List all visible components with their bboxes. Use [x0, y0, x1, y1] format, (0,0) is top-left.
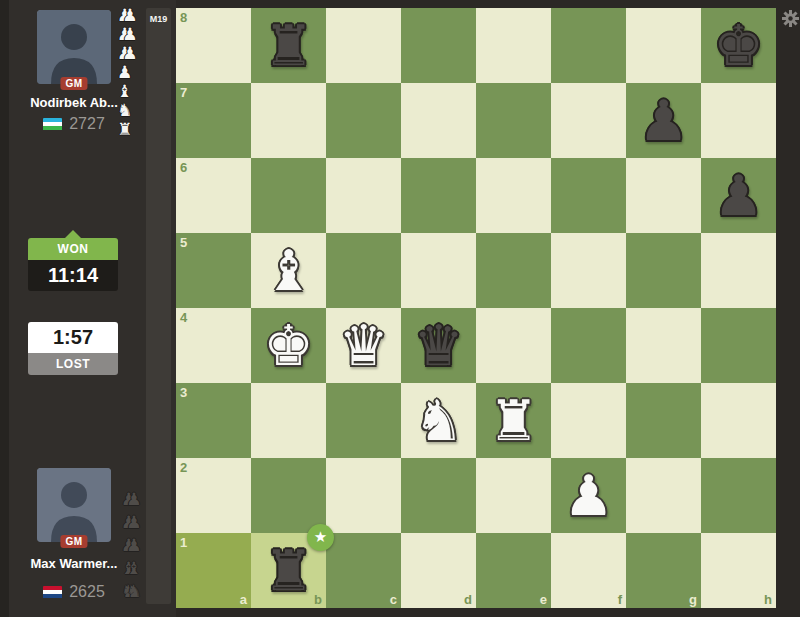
- square-g8[interactable]: [626, 8, 701, 83]
- sidebar-edge: [0, 0, 9, 617]
- captured-pieces-top: ♟♟♟♟♟♟♟♝♞♜: [117, 6, 138, 139]
- square-c3[interactable]: [326, 383, 401, 458]
- square-h5[interactable]: [701, 233, 776, 308]
- square-a8[interactable]: 8: [176, 8, 251, 83]
- square-e8[interactable]: [476, 8, 551, 83]
- square-c8[interactable]: [326, 8, 401, 83]
- square-b2[interactable]: [251, 458, 326, 533]
- piece-black-pawn[interactable]: ♟: [626, 83, 701, 158]
- square-g1[interactable]: g: [626, 533, 701, 608]
- square-a3[interactable]: 3: [176, 383, 251, 458]
- square-e6[interactable]: [476, 158, 551, 233]
- clock-time-top: 11:14: [28, 260, 118, 291]
- square-f2[interactable]: ♟: [551, 458, 626, 533]
- square-g3[interactable]: [626, 383, 701, 458]
- square-b6[interactable]: [251, 158, 326, 233]
- captured-pawn-icon: ♟: [117, 64, 132, 81]
- square-e1[interactable]: e: [476, 533, 551, 608]
- square-g7[interactable]: ♟: [626, 83, 701, 158]
- players-sidebar: GM Nodirbek Ab... 2727 ♟♟♟♟♟♟♟♝♞♜ WON 11…: [0, 0, 176, 617]
- square-a1[interactable]: 1a: [176, 533, 251, 608]
- square-b7[interactable]: [251, 83, 326, 158]
- coord-label-rank-4: 4: [180, 310, 187, 325]
- square-g4[interactable]: [626, 308, 701, 383]
- settings-gear-icon[interactable]: [782, 10, 799, 27]
- square-e2[interactable]: [476, 458, 551, 533]
- square-h2[interactable]: [701, 458, 776, 533]
- piece-white-knight[interactable]: ♞: [401, 383, 476, 458]
- square-c7[interactable]: [326, 83, 401, 158]
- piece-black-king[interactable]: ♚: [701, 8, 776, 83]
- piece-black-pawn[interactable]: ♟: [701, 158, 776, 233]
- square-b5[interactable]: ♝: [251, 233, 326, 308]
- result-banner-bottom: LOST: [28, 353, 118, 375]
- captured-knight-pair: ♞♞: [121, 580, 142, 603]
- square-a6[interactable]: 6: [176, 158, 251, 233]
- square-d5[interactable]: [401, 233, 476, 308]
- avatar-silhouette-icon: [37, 10, 111, 84]
- square-c2[interactable]: [326, 458, 401, 533]
- eval-bar: M19: [146, 8, 171, 604]
- coord-label-rank-3: 3: [180, 385, 187, 400]
- piece-white-pawn[interactable]: ♟: [551, 458, 626, 533]
- captured-bishop: ♝: [117, 82, 138, 101]
- result-banner-top: WON: [28, 238, 118, 260]
- captured-pawn-pair: ♟♟: [117, 25, 138, 44]
- square-c4[interactable]: ♛: [326, 308, 401, 383]
- captured-bishop-pair: ♝♝: [121, 557, 142, 580]
- square-h6[interactable]: ♟: [701, 158, 776, 233]
- square-a4[interactable]: 4: [176, 308, 251, 383]
- square-g2[interactable]: [626, 458, 701, 533]
- square-f8[interactable]: [551, 8, 626, 83]
- square-f4[interactable]: [551, 308, 626, 383]
- player-top-title-badge: GM: [60, 77, 87, 90]
- piece-black-rook[interactable]: ♜: [251, 8, 326, 83]
- player-bottom-title-badge: GM: [60, 535, 87, 548]
- coord-label-file-h: h: [764, 592, 772, 607]
- square-f1[interactable]: f: [551, 533, 626, 608]
- netherlands-flag-icon: [43, 586, 62, 599]
- square-h8[interactable]: ♚: [701, 8, 776, 83]
- coord-label-rank-1: 1: [180, 535, 187, 550]
- uzbekistan-flag-icon: [43, 118, 62, 131]
- piece-black-queen[interactable]: ♛: [401, 308, 476, 383]
- square-h4[interactable]: [701, 308, 776, 383]
- coord-label-file-c: c: [390, 592, 397, 607]
- captured-pawn-icon: ♟: [126, 537, 141, 554]
- captured-pawn: ♟: [117, 63, 138, 82]
- captured-knight: ♞: [117, 101, 138, 120]
- square-c5[interactable]: [326, 233, 401, 308]
- square-d8[interactable]: [401, 8, 476, 83]
- captured-knight-icon: ♞: [117, 102, 132, 119]
- square-b1[interactable]: b♜★: [251, 533, 326, 608]
- captured-pawn-icon: ♟: [122, 45, 137, 62]
- captured-pieces-bottom: ♟♟♟♟♟♟♝♝♞♞: [121, 488, 142, 603]
- captured-pawn-icon: ♟: [126, 491, 141, 508]
- coord-label-rank-6: 6: [180, 160, 187, 175]
- player-bottom-rating: 2625: [69, 583, 105, 601]
- captured-pawn-icon: ♟: [122, 26, 137, 43]
- square-b8[interactable]: ♜: [251, 8, 326, 83]
- captured-pawn-pair: ♟♟: [117, 44, 138, 63]
- captured-pawn-icon: ♟: [126, 514, 141, 531]
- avatar-silhouette-icon: [37, 468, 111, 542]
- best-move-star-badge: ★: [307, 524, 334, 551]
- coord-label-rank-5: 5: [180, 235, 187, 250]
- captured-pawn-icon: ♟: [122, 7, 137, 24]
- square-d2[interactable]: [401, 458, 476, 533]
- captured-rook: ♜: [117, 120, 138, 139]
- square-f7[interactable]: [551, 83, 626, 158]
- piece-white-rook[interactable]: ♜: [476, 383, 551, 458]
- square-a7[interactable]: 7: [176, 83, 251, 158]
- square-g6[interactable]: [626, 158, 701, 233]
- app-root: GM Nodirbek Ab... 2727 ♟♟♟♟♟♟♟♝♞♜ WON 11…: [0, 0, 800, 617]
- player-bottom-avatar[interactable]: GM: [37, 468, 111, 542]
- coord-label-rank-7: 7: [180, 85, 187, 100]
- square-e5[interactable]: [476, 233, 551, 308]
- square-c1[interactable]: c: [326, 533, 401, 608]
- square-a2[interactable]: 2: [176, 458, 251, 533]
- piece-white-bishop[interactable]: ♝: [251, 233, 326, 308]
- square-d4[interactable]: ♛: [401, 308, 476, 383]
- coord-label-file-f: f: [618, 592, 622, 607]
- captured-pawn-pair: ♟♟: [117, 6, 138, 25]
- eval-label: M19: [150, 14, 168, 24]
- captured-pawn-pair: ♟♟: [121, 534, 142, 557]
- coord-label-rank-2: 2: [180, 460, 187, 475]
- captured-pawn-pair: ♟♟: [121, 488, 142, 511]
- square-f5[interactable]: [551, 233, 626, 308]
- square-e7[interactable]: [476, 83, 551, 158]
- clock-block-bottom: 1:57 LOST: [28, 322, 118, 375]
- square-e4[interactable]: [476, 308, 551, 383]
- square-b3[interactable]: [251, 383, 326, 458]
- clock-block-top: WON 11:14: [28, 238, 118, 291]
- captured-knight-icon: ♞: [126, 583, 141, 600]
- coord-label-file-e: e: [540, 592, 547, 607]
- piece-white-queen[interactable]: ♛: [326, 308, 401, 383]
- square-g5[interactable]: [626, 233, 701, 308]
- coord-label-file-g: g: [689, 592, 697, 607]
- square-d1[interactable]: d: [401, 533, 476, 608]
- coord-label-file-a: a: [240, 592, 247, 607]
- clock-time-bottom: 1:57: [28, 322, 118, 353]
- captured-rook-icon: ♜: [117, 121, 132, 138]
- square-d6[interactable]: [401, 158, 476, 233]
- piece-white-king[interactable]: ♚: [251, 308, 326, 383]
- square-h7[interactable]: [701, 83, 776, 158]
- player-top-rating: 2727: [69, 115, 105, 133]
- square-e3[interactable]: ♜: [476, 383, 551, 458]
- square-h1[interactable]: h: [701, 533, 776, 608]
- captured-bishop-icon: ♝: [126, 560, 141, 577]
- square-d7[interactable]: [401, 83, 476, 158]
- captured-pawn-pair: ♟♟: [121, 511, 142, 534]
- square-d3[interactable]: ♞: [401, 383, 476, 458]
- square-f6[interactable]: [551, 158, 626, 233]
- square-a5[interactable]: 5: [176, 233, 251, 308]
- square-c6[interactable]: [326, 158, 401, 233]
- square-f3[interactable]: [551, 383, 626, 458]
- coord-label-rank-8: 8: [180, 10, 187, 25]
- chess-board: 8♜♚7♟6♟5♝4♚♛♛3♞♜2♟1ab♜★cdefgh: [176, 8, 776, 608]
- captured-bishop-icon: ♝: [117, 83, 132, 100]
- star-icon: ★: [314, 530, 327, 545]
- square-b4[interactable]: ♚: [251, 308, 326, 383]
- player-top-avatar[interactable]: GM: [37, 10, 111, 84]
- square-h3[interactable]: [701, 383, 776, 458]
- coord-label-file-d: d: [464, 592, 472, 607]
